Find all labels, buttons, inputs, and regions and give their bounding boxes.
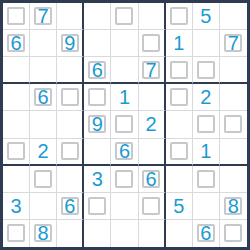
cell-digit: 9 [57,30,82,56]
cell-digit: 6 [139,166,164,192]
cell-r7c1[interactable] [3,166,30,193]
cell-digit: 6 [30,84,56,110]
cell-r8c1[interactable]: 3 [3,193,30,220]
cell-r1c3[interactable] [57,3,84,30]
square-mark [115,115,133,133]
cell-r7c5[interactable] [111,166,138,193]
cell-digit: 8 [30,220,56,247]
square-mark [115,170,133,188]
square-mark [7,224,25,242]
cell-r5c4[interactable]: 9 [84,111,111,138]
cell-r4c2[interactable]: 6 [30,84,57,111]
cell-r3c4[interactable]: 6 [84,57,111,84]
square-mark [170,142,188,160]
cell-digit: 6 [193,220,219,247]
cell-r9c1[interactable] [3,220,30,247]
square-mark [61,142,79,160]
cell-r4c5[interactable]: 1 [111,84,138,111]
cell-r2c9[interactable]: 7 [220,30,247,57]
cell-r2c2[interactable] [30,30,57,57]
cell-r4c6[interactable] [139,84,166,111]
cell-r3c6[interactable]: 7 [139,57,166,84]
cell-r1c6[interactable] [139,3,166,30]
square-mark [34,170,52,188]
cell-r4c7[interactable] [166,84,193,111]
cell-digit: 6 [84,57,110,82]
cell-r5c7[interactable] [166,111,193,138]
cell-r9c2[interactable]: 8 [30,220,57,247]
cell-digit: 2 [30,139,56,164]
square-mark [197,170,215,188]
cell-r3c2[interactable] [30,57,57,84]
cell-r2c7[interactable]: 1 [166,30,193,57]
sudoku-board: 756917676129226136365886 [0,0,250,250]
cell-r6c3[interactable] [57,139,84,166]
cell-r8c3[interactable]: 6 [57,193,84,220]
cell-r5c8[interactable] [193,111,220,138]
cell-r8c5[interactable] [111,193,138,220]
square-mark [88,197,106,215]
cell-digit: 7 [139,57,164,82]
cell-r8c2[interactable] [30,193,57,220]
cell-r9c8[interactable]: 6 [193,220,220,247]
cell-r6c9[interactable] [220,139,247,166]
cell-r2c3[interactable]: 9 [57,30,84,57]
square-mark [88,88,106,106]
cell-r5c5[interactable] [111,111,138,138]
cell-r5c9[interactable] [220,111,247,138]
cell-r4c8[interactable]: 2 [193,84,220,111]
square-mark [197,115,215,133]
cell-r6c4[interactable] [84,139,111,166]
cell-r2c8[interactable] [193,30,220,57]
square-mark [115,7,133,25]
cell-r7c7[interactable] [166,166,193,193]
cell-digit: 3 [84,166,110,192]
cell-r6c1[interactable] [3,139,30,166]
cell-r4c3[interactable] [57,84,84,111]
square-mark [61,88,79,106]
cell-r3c8[interactable] [193,57,220,84]
cell-digit: 7 [220,30,247,56]
cell-digit: 6 [57,193,82,219]
cell-r1c9[interactable] [220,3,247,30]
square-mark [197,61,215,79]
cell-r1c1[interactable] [3,3,30,30]
cell-r5c2[interactable] [30,111,57,138]
cell-r1c2[interactable]: 7 [30,3,57,30]
cell-r7c9[interactable] [220,166,247,193]
cell-digit: 5 [166,193,192,219]
square-mark [224,224,242,242]
cell-r9c7[interactable] [166,220,193,247]
cell-digit: 2 [139,111,164,137]
cell-r3c3[interactable] [57,57,84,84]
square-mark [7,142,25,160]
square-mark [170,7,188,25]
cell-r2c4[interactable] [84,30,111,57]
cell-r3c1[interactable] [3,57,30,84]
cell-r6c2[interactable]: 2 [30,139,57,166]
square-mark [7,7,25,25]
cell-r8c7[interactable]: 5 [166,193,193,220]
cell-r7c2[interactable] [30,166,57,193]
cell-r8c8[interactable] [193,193,220,220]
square-mark [142,34,160,52]
cell-r6c8[interactable]: 1 [193,139,220,166]
cell-r6c6[interactable] [139,139,166,166]
cell-r8c9[interactable]: 8 [220,193,247,220]
cell-digit: 1 [166,30,192,56]
cell-r6c5[interactable]: 6 [111,139,138,166]
cell-r6c7[interactable] [166,139,193,166]
cell-r3c9[interactable] [220,57,247,84]
cell-digit: 9 [84,111,110,137]
cell-r1c4[interactable] [84,3,111,30]
cell-r4c9[interactable] [220,84,247,111]
cell-r7c6[interactable]: 6 [139,166,166,193]
cell-digit: 3 [3,193,29,219]
cell-digit: 8 [220,193,247,219]
cell-r3c5[interactable] [111,57,138,84]
cell-r9c9[interactable] [220,220,247,247]
cell-r8c6[interactable] [139,193,166,220]
cell-r9c4[interactable] [84,220,111,247]
cell-r5c6[interactable]: 2 [139,111,166,138]
cell-r9c3[interactable] [57,220,84,247]
cell-r3c7[interactable] [166,57,193,84]
square-mark [170,88,188,106]
square-mark [224,115,242,133]
cell-r1c8[interactable]: 5 [193,3,220,30]
cell-r1c7[interactable] [166,3,193,30]
cell-r2c1[interactable]: 6 [3,30,30,57]
cell-digit: 5 [193,3,219,29]
cell-digit: 6 [111,139,137,164]
cell-r2c6[interactable] [139,30,166,57]
cell-digit: 6 [3,30,29,56]
cell-digit: 1 [193,139,219,164]
cell-r4c1[interactable] [3,84,30,111]
cell-r9c5[interactable] [111,220,138,247]
cell-digit: 7 [30,3,56,29]
cell-digit: 2 [193,84,219,110]
cell-r7c8[interactable] [193,166,220,193]
cell-r5c1[interactable] [3,111,30,138]
cell-r7c4[interactable]: 3 [84,166,111,193]
cell-r4c4[interactable] [84,84,111,111]
square-mark [170,61,188,79]
cell-r5c3[interactable] [57,111,84,138]
cell-r8c4[interactable] [84,193,111,220]
square-mark [142,197,160,215]
cell-r2c5[interactable] [111,30,138,57]
cell-r9c6[interactable] [139,220,166,247]
cell-digit: 1 [111,84,137,110]
cell-r1c5[interactable] [111,3,138,30]
cell-r7c3[interactable] [57,166,84,193]
